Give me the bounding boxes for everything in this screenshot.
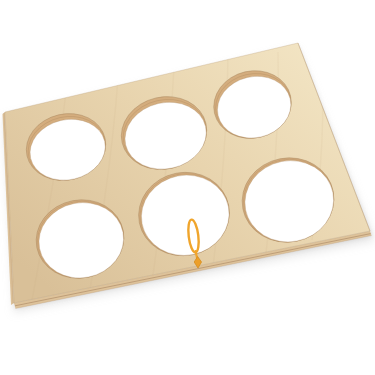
tray-photo <box>0 0 375 375</box>
product-photo-canvas <box>0 0 375 375</box>
